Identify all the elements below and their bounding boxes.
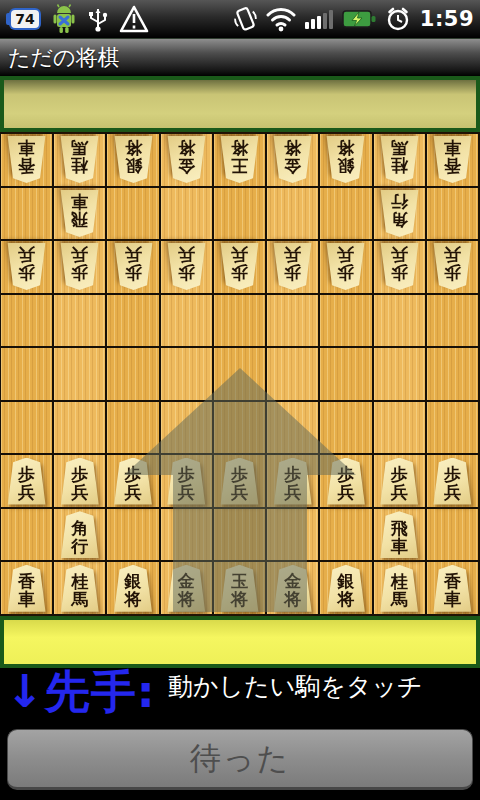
board-cell[interactable] bbox=[54, 295, 107, 349]
board-cell[interactable]: 銀将 bbox=[107, 562, 160, 616]
board-cell[interactable] bbox=[107, 348, 160, 402]
shogi-piece-sente[interactable]: 銀将 bbox=[325, 565, 366, 612]
shogi-piece-sente[interactable]: 歩兵 bbox=[113, 458, 154, 505]
board-cell[interactable] bbox=[267, 188, 320, 242]
board-cell[interactable]: 歩兵 bbox=[427, 241, 480, 295]
board-cell[interactable] bbox=[427, 509, 480, 563]
board-cell[interactable] bbox=[374, 295, 427, 349]
board-cell[interactable] bbox=[1, 348, 54, 402]
shogi-piece-sente[interactable]: 歩兵 bbox=[272, 458, 313, 505]
shogi-piece-sente[interactable]: 香車 bbox=[6, 565, 47, 612]
board-cell[interactable]: 玉将 bbox=[214, 562, 267, 616]
board-cell[interactable]: 銀将 bbox=[107, 134, 160, 188]
shogi-piece-sente[interactable]: 金将 bbox=[166, 565, 207, 612]
shogi-piece-gote[interactable]: 桂馬 bbox=[379, 136, 420, 183]
shogi-piece-sente[interactable]: 桂馬 bbox=[59, 565, 100, 612]
shogi-piece-gote[interactable]: 歩兵 bbox=[219, 243, 260, 290]
board-cell[interactable] bbox=[267, 509, 320, 563]
signal-strength-icon bbox=[305, 9, 333, 29]
board-cell[interactable]: 王将 bbox=[214, 134, 267, 188]
board-cell[interactable] bbox=[214, 188, 267, 242]
board-cell[interactable]: 歩兵 bbox=[54, 241, 107, 295]
board-cell[interactable] bbox=[1, 188, 54, 242]
board-cell[interactable] bbox=[320, 295, 373, 349]
board-area: 香車桂馬銀将金将王将金将銀将桂馬香車飛車角行歩兵歩兵歩兵歩兵歩兵歩兵歩兵歩兵歩兵… bbox=[0, 132, 480, 616]
shogi-piece-sente[interactable]: 飛車 bbox=[379, 511, 420, 558]
board-cell[interactable]: 桂馬 bbox=[54, 562, 107, 616]
board-cell[interactable] bbox=[320, 402, 373, 456]
board-cell[interactable]: 桂馬 bbox=[54, 134, 107, 188]
board-cell[interactable]: 歩兵 bbox=[161, 241, 214, 295]
shogi-piece-sente[interactable]: 角行 bbox=[59, 511, 100, 558]
board-cell[interactable]: 銀将 bbox=[320, 134, 373, 188]
board-cell[interactable] bbox=[107, 295, 160, 349]
shogi-piece-sente[interactable]: 桂馬 bbox=[379, 565, 420, 612]
board-cell[interactable]: 香車 bbox=[1, 134, 54, 188]
shogi-piece-gote[interactable]: 角行 bbox=[379, 190, 420, 237]
shogi-piece-gote[interactable]: 歩兵 bbox=[6, 243, 47, 290]
board-cell[interactable]: 金将 bbox=[161, 562, 214, 616]
board-cell[interactable]: 香車 bbox=[1, 562, 54, 616]
shogi-piece-sente[interactable]: 歩兵 bbox=[59, 458, 100, 505]
shogi-piece-gote[interactable]: 歩兵 bbox=[325, 243, 366, 290]
shogi-piece-sente[interactable]: 歩兵 bbox=[166, 458, 207, 505]
shogi-piece-gote[interactable]: 王将 bbox=[219, 136, 260, 183]
board-cell[interactable] bbox=[54, 402, 107, 456]
shogi-piece-sente[interactable]: 歩兵 bbox=[379, 458, 420, 505]
battery-level-widget: 74 bbox=[6, 8, 41, 30]
board-cell[interactable]: 銀将 bbox=[320, 562, 373, 616]
board-cell[interactable] bbox=[1, 402, 54, 456]
battery-percent: 74 bbox=[11, 10, 39, 28]
shogi-piece-gote[interactable]: 銀将 bbox=[113, 136, 154, 183]
board-cell[interactable]: 歩兵 bbox=[1, 241, 54, 295]
app-title: ただの将棋 bbox=[0, 43, 120, 73]
board-cell[interactable]: 歩兵 bbox=[267, 241, 320, 295]
board-cell[interactable] bbox=[427, 188, 480, 242]
wifi-icon bbox=[266, 6, 296, 32]
board-cell[interactable] bbox=[320, 348, 373, 402]
board-cell[interactable]: 飛車 bbox=[54, 188, 107, 242]
instruction-text: 動かしたい駒をタッチ bbox=[168, 670, 423, 703]
shogi-piece-gote[interactable]: 桂馬 bbox=[59, 136, 100, 183]
board-cell[interactable]: 桂馬 bbox=[374, 562, 427, 616]
board-cell[interactable] bbox=[161, 188, 214, 242]
shogi-piece-sente[interactable]: 金将 bbox=[272, 565, 313, 612]
shogi-piece-gote[interactable]: 歩兵 bbox=[166, 243, 207, 290]
board-cell[interactable]: 角行 bbox=[54, 509, 107, 563]
board-cell[interactable] bbox=[267, 348, 320, 402]
turn-indicator: ↓先手: bbox=[6, 662, 156, 722]
board-cell[interactable]: 歩兵 bbox=[214, 241, 267, 295]
board-cell[interactable]: 歩兵 bbox=[267, 455, 320, 509]
shogi-piece-sente[interactable]: 歩兵 bbox=[219, 458, 260, 505]
shogi-piece-sente[interactable]: 銀将 bbox=[113, 565, 154, 612]
board-cell[interactable]: 歩兵 bbox=[161, 455, 214, 509]
clock-time: 1:59 bbox=[420, 7, 474, 31]
warning-icon bbox=[119, 5, 149, 33]
shogi-piece-sente[interactable]: 歩兵 bbox=[325, 458, 366, 505]
board-cell[interactable] bbox=[1, 509, 54, 563]
shogi-piece-gote[interactable]: 金将 bbox=[166, 136, 207, 183]
shogi-piece-sente[interactable]: 歩兵 bbox=[6, 458, 47, 505]
board-cell[interactable]: 歩兵 bbox=[427, 455, 480, 509]
board-cell[interactable]: 歩兵 bbox=[54, 455, 107, 509]
board-cell[interactable]: 飛車 bbox=[374, 509, 427, 563]
button-zone: 待った bbox=[0, 726, 480, 800]
shogi-piece-sente[interactable]: 歩兵 bbox=[432, 458, 473, 505]
board-cell[interactable] bbox=[427, 402, 480, 456]
vibrate-icon bbox=[233, 5, 257, 33]
board-cell[interactable]: 歩兵 bbox=[214, 455, 267, 509]
shogi-piece-gote[interactable]: 歩兵 bbox=[113, 243, 154, 290]
board-cell[interactable] bbox=[374, 402, 427, 456]
board-cell[interactable] bbox=[107, 188, 160, 242]
board-cell[interactable] bbox=[161, 348, 214, 402]
board-cell[interactable]: 金将 bbox=[161, 134, 214, 188]
board-cell[interactable]: 桂馬 bbox=[374, 134, 427, 188]
board-cell[interactable] bbox=[107, 509, 160, 563]
status-bar: 74 bbox=[0, 0, 480, 38]
board-cell[interactable] bbox=[320, 188, 373, 242]
alarm-clock-icon bbox=[385, 6, 411, 32]
board-cell[interactable] bbox=[161, 295, 214, 349]
shogi-piece-gote[interactable]: 香車 bbox=[432, 136, 473, 183]
board-cell[interactable]: 歩兵 bbox=[320, 241, 373, 295]
shogi-piece-gote[interactable]: 飛車 bbox=[59, 190, 100, 237]
shogi-board: 香車桂馬銀将金将王将金将銀将桂馬香車飛車角行歩兵歩兵歩兵歩兵歩兵歩兵歩兵歩兵歩兵… bbox=[0, 132, 480, 616]
board-cell[interactable] bbox=[427, 295, 480, 349]
board-cell[interactable] bbox=[267, 402, 320, 456]
shogi-piece-gote[interactable]: 歩兵 bbox=[432, 243, 473, 290]
board-cell[interactable]: 歩兵 bbox=[320, 455, 373, 509]
board-cell[interactable]: 歩兵 bbox=[374, 241, 427, 295]
undo-button-label: 待った bbox=[190, 738, 290, 780]
shogi-piece-sente[interactable]: 香車 bbox=[432, 565, 473, 612]
shogi-piece-gote[interactable]: 金将 bbox=[272, 136, 313, 183]
board-cell[interactable]: 金将 bbox=[267, 562, 320, 616]
board-cell[interactable]: 歩兵 bbox=[1, 455, 54, 509]
battery-charging-icon bbox=[342, 8, 376, 30]
shogi-piece-gote[interactable]: 歩兵 bbox=[59, 243, 100, 290]
board-cell[interactable]: 角行 bbox=[374, 188, 427, 242]
sente-hand-tray[interactable] bbox=[0, 616, 480, 668]
shogi-piece-sente[interactable]: 玉将 bbox=[219, 565, 260, 612]
gote-hand-tray[interactable] bbox=[0, 76, 480, 132]
board-cell[interactable] bbox=[214, 295, 267, 349]
shogi-piece-gote[interactable]: 歩兵 bbox=[379, 243, 420, 290]
board-cell[interactable] bbox=[54, 348, 107, 402]
board-cell[interactable]: 香車 bbox=[427, 134, 480, 188]
shogi-piece-gote[interactable]: 香車 bbox=[6, 136, 47, 183]
board-cell[interactable] bbox=[214, 402, 267, 456]
board-cell[interactable] bbox=[1, 295, 54, 349]
board-cell[interactable]: 歩兵 bbox=[107, 455, 160, 509]
board-cell[interactable]: 歩兵 bbox=[107, 241, 160, 295]
board-cell[interactable]: 香車 bbox=[427, 562, 480, 616]
board-cell[interactable]: 金将 bbox=[267, 134, 320, 188]
board-cell[interactable] bbox=[214, 509, 267, 563]
board-cell[interactable] bbox=[161, 509, 214, 563]
board-cell[interactable] bbox=[214, 348, 267, 402]
message-area: ↓先手: 動かしたい駒をタッチ bbox=[0, 668, 480, 726]
board-cell[interactable] bbox=[161, 402, 214, 456]
shogi-piece-gote[interactable]: 銀将 bbox=[325, 136, 366, 183]
app-title-bar: ただの将棋 bbox=[0, 38, 480, 76]
board-cell[interactable] bbox=[107, 402, 160, 456]
usb-icon bbox=[87, 5, 109, 33]
android-mascot-icon bbox=[51, 4, 77, 34]
undo-button[interactable]: 待った bbox=[7, 729, 473, 790]
board-cell[interactable] bbox=[320, 509, 373, 563]
board-cell[interactable]: 歩兵 bbox=[374, 455, 427, 509]
board-cell[interactable] bbox=[427, 348, 480, 402]
shogi-piece-gote[interactable]: 歩兵 bbox=[272, 243, 313, 290]
board-cell[interactable] bbox=[267, 295, 320, 349]
board-cell[interactable] bbox=[374, 348, 427, 402]
